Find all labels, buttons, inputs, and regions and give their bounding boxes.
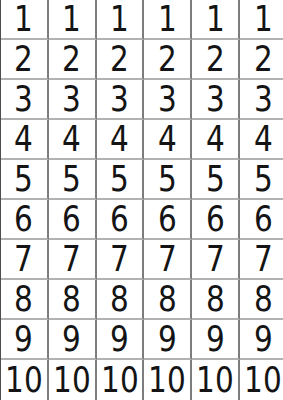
grid-cell-r1-c3: 1 (97, 0, 145, 40)
cell-value: 7 (15, 241, 34, 277)
cell-value: 1 (206, 1, 225, 37)
grid-cell-r10-c3: 10 (97, 360, 145, 400)
grid-cell-r8-c4: 8 (144, 280, 192, 320)
grid-cell-r6-c3: 6 (97, 200, 145, 240)
cell-value: 10 (53, 362, 91, 398)
cell-value: 5 (110, 161, 129, 197)
grid-cell-r10-c5: 10 (192, 360, 240, 400)
grid-cell-r10-c6: 10 (240, 360, 283, 400)
cell-value: 3 (110, 81, 129, 117)
cell-value: 7 (62, 241, 81, 277)
cell-value: 6 (110, 201, 129, 237)
grid-cell-r9-c4: 9 (144, 320, 192, 360)
grid-cell-r8-c5: 8 (192, 280, 240, 320)
cell-value: 6 (206, 201, 225, 237)
cell-value: 4 (254, 121, 273, 157)
cell-value: 4 (110, 121, 129, 157)
grid-cell-r4-c5: 4 (192, 120, 240, 160)
grid-cell-r4-c1: 4 (1, 120, 49, 160)
cell-value: 1 (15, 1, 34, 37)
grid-cell-r5-c4: 5 (144, 160, 192, 200)
cell-value: 4 (158, 121, 177, 157)
cell-value: 6 (62, 201, 81, 237)
cell-value: 1 (254, 1, 273, 37)
grid-cell-r6-c2: 6 (49, 200, 97, 240)
grid-cell-r7-c4: 7 (144, 240, 192, 280)
cell-value: 5 (15, 161, 34, 197)
grid-cell-r8-c3: 8 (97, 280, 145, 320)
grid-cell-r2-c5: 2 (192, 40, 240, 80)
grid-cell-r8-c1: 8 (1, 280, 49, 320)
grid-cell-r2-c2: 2 (49, 40, 97, 80)
grid-cell-r5-c5: 5 (192, 160, 240, 200)
cell-value: 2 (15, 41, 34, 77)
cell-value: 5 (206, 161, 225, 197)
grid-cell-r7-c6: 7 (240, 240, 283, 280)
cell-value: 1 (62, 1, 81, 37)
cell-value: 8 (15, 281, 34, 317)
grid-cell-r8-c6: 8 (240, 280, 283, 320)
cell-value: 8 (158, 281, 177, 317)
cell-value: 7 (110, 241, 129, 277)
grid-cell-r3-c3: 3 (97, 80, 145, 120)
grid-cell-r1-c2: 1 (49, 0, 97, 40)
grid-cell-r9-c6: 9 (240, 320, 283, 360)
grid-cell-r5-c2: 5 (49, 160, 97, 200)
grid-cell-r1-c4: 1 (144, 0, 192, 40)
grid-cell-r4-c2: 4 (49, 120, 97, 160)
cell-value: 2 (254, 41, 273, 77)
grid-cell-r7-c1: 7 (1, 240, 49, 280)
grid-cell-r9-c3: 9 (97, 320, 145, 360)
cell-value: 7 (254, 241, 273, 277)
grid-cell-r1-c6: 1 (240, 0, 283, 40)
cell-value: 9 (254, 321, 273, 357)
cell-value: 7 (158, 241, 177, 277)
cell-value: 2 (62, 41, 81, 77)
cell-value: 4 (206, 121, 225, 157)
grid-cell-r3-c5: 3 (192, 80, 240, 120)
cell-value: 4 (62, 121, 81, 157)
cell-value: 10 (101, 362, 139, 398)
grid-cell-r4-c6: 4 (240, 120, 283, 160)
cell-value: 2 (110, 41, 129, 77)
grid-cell-r6-c1: 6 (1, 200, 49, 240)
cell-value: 10 (244, 362, 282, 398)
cell-value: 8 (254, 281, 273, 317)
cell-value: 3 (62, 81, 81, 117)
grid-cell-r5-c1: 5 (1, 160, 49, 200)
cell-value: 6 (254, 201, 273, 237)
grid-cell-r2-c4: 2 (144, 40, 192, 80)
cell-value: 7 (206, 241, 225, 277)
cell-value: 9 (110, 321, 129, 357)
cell-value: 1 (110, 1, 129, 37)
cell-value: 2 (206, 41, 225, 77)
cell-value: 9 (158, 321, 177, 357)
grid-cell-r5-c6: 5 (240, 160, 283, 200)
grid-cell-r4-c4: 4 (144, 120, 192, 160)
grid-cell-r4-c3: 4 (97, 120, 145, 160)
grid-cell-r10-c4: 10 (144, 360, 192, 400)
grid-cell-r3-c2: 3 (49, 80, 97, 120)
grid-cell-r3-c6: 3 (240, 80, 283, 120)
cell-value: 5 (62, 161, 81, 197)
cell-value: 3 (158, 81, 177, 117)
grid-cell-r9-c1: 9 (1, 320, 49, 360)
cell-value: 9 (15, 321, 34, 357)
cell-value: 6 (15, 201, 34, 237)
cell-value: 10 (5, 362, 43, 398)
cell-value: 10 (149, 362, 187, 398)
cell-value: 6 (158, 201, 177, 237)
grid-cell-r7-c2: 7 (49, 240, 97, 280)
cell-value: 8 (206, 281, 225, 317)
grid-cell-r3-c1: 3 (1, 80, 49, 120)
cell-value: 2 (158, 41, 177, 77)
grid-cell-r2-c6: 2 (240, 40, 283, 80)
grid-cell-r6-c4: 6 (144, 200, 192, 240)
grid-cell-r10-c1: 10 (1, 360, 49, 400)
grid-cell-r2-c1: 2 (1, 40, 49, 80)
grid-cell-r1-c5: 1 (192, 0, 240, 40)
cell-value: 5 (254, 161, 273, 197)
grid-cell-r10-c2: 10 (49, 360, 97, 400)
cell-value: 5 (158, 161, 177, 197)
grid-cell-r2-c3: 2 (97, 40, 145, 80)
cell-value: 3 (206, 81, 225, 117)
cell-value: 9 (62, 321, 81, 357)
grid-cell-r9-c5: 9 (192, 320, 240, 360)
grid-cell-r7-c3: 7 (97, 240, 145, 280)
cell-value: 10 (196, 362, 234, 398)
grid-cell-r7-c5: 7 (192, 240, 240, 280)
cell-value: 1 (158, 1, 177, 37)
grid-cell-r9-c2: 9 (49, 320, 97, 360)
cell-value: 3 (254, 81, 273, 117)
grid-cell-r3-c4: 3 (144, 80, 192, 120)
grid-cell-r6-c5: 6 (192, 200, 240, 240)
cell-value: 9 (206, 321, 225, 357)
grid-cell-r5-c3: 5 (97, 160, 145, 200)
grid-cell-r8-c2: 8 (49, 280, 97, 320)
number-grid-board: 1111112222223333334444445555556666667777… (0, 0, 283, 400)
grid-cell-r6-c6: 6 (240, 200, 283, 240)
grid-cell-r1-c1: 1 (1, 0, 49, 40)
cell-value: 4 (15, 121, 34, 157)
cell-value: 3 (15, 81, 34, 117)
cell-value: 8 (110, 281, 129, 317)
cell-value: 8 (62, 281, 81, 317)
